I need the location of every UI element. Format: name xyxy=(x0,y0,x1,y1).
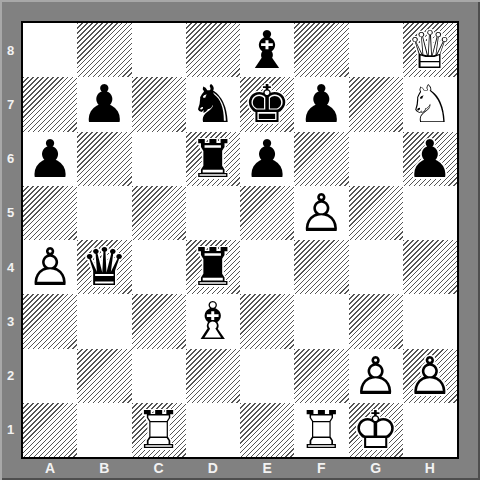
piece-glyph-outline: ♙ xyxy=(403,349,457,403)
piece-glyph-fill: ♟ xyxy=(77,77,131,131)
square-d2[interactable] xyxy=(186,349,240,403)
piece-glyph-fill: ♞ xyxy=(186,77,240,131)
black-rook[interactable]: ♜ xyxy=(186,132,240,186)
square-f4[interactable] xyxy=(294,240,348,294)
square-b6[interactable] xyxy=(77,132,131,186)
piece-glyph-outline: ♖ xyxy=(294,403,348,457)
square-c7[interactable] xyxy=(132,77,186,131)
square-c8[interactable] xyxy=(132,23,186,77)
white-pawn[interactable]: ♟♙ xyxy=(403,349,457,403)
square-d7[interactable]: ♞ xyxy=(186,77,240,131)
square-c4[interactable] xyxy=(132,240,186,294)
square-f2[interactable] xyxy=(294,349,348,403)
square-c1[interactable]: ♜♖ xyxy=(132,403,186,457)
square-g3[interactable] xyxy=(349,294,403,348)
square-b7[interactable]: ♟ xyxy=(77,77,131,131)
file-label-e: E xyxy=(240,458,294,478)
black-knight[interactable]: ♞ xyxy=(186,77,240,131)
square-e5[interactable] xyxy=(240,186,294,240)
rank-label-4: 4 xyxy=(0,240,21,294)
file-label-a: A xyxy=(23,458,77,478)
square-a2[interactable] xyxy=(23,349,77,403)
square-f1[interactable]: ♜♖ xyxy=(294,403,348,457)
square-g7[interactable] xyxy=(349,77,403,131)
black-rook[interactable]: ♜ xyxy=(186,240,240,294)
square-a7[interactable] xyxy=(23,77,77,131)
piece-glyph-fill: ♜ xyxy=(186,132,240,186)
square-e8[interactable]: ♝ xyxy=(240,23,294,77)
square-d8[interactable] xyxy=(186,23,240,77)
file-label-c: C xyxy=(132,458,186,478)
white-knight[interactable]: ♞♘ xyxy=(403,77,457,131)
board-frame: 87654321 ABCDEFGH ♝♛♕♟♞♚♟♞♘♟♜♟♟♟♙♟♙♛♜♝♗♟… xyxy=(0,0,480,480)
square-e4[interactable] xyxy=(240,240,294,294)
square-a6[interactable]: ♟ xyxy=(23,132,77,186)
piece-glyph-outline: ♙ xyxy=(294,186,348,240)
piece-glyph-fill: ♟ xyxy=(240,132,294,186)
square-e6[interactable]: ♟ xyxy=(240,132,294,186)
piece-glyph-outline: ♖ xyxy=(132,403,186,457)
square-h5[interactable] xyxy=(403,186,457,240)
piece-glyph-outline: ♘ xyxy=(403,77,457,131)
rank-label-7: 7 xyxy=(0,77,21,131)
square-b1[interactable] xyxy=(77,403,131,457)
piece-glyph-fill: ♚ xyxy=(240,77,294,131)
piece-glyph-outline: ♙ xyxy=(349,349,403,403)
square-a1[interactable] xyxy=(23,403,77,457)
square-d6[interactable]: ♜ xyxy=(186,132,240,186)
white-queen[interactable]: ♛♕ xyxy=(403,23,457,77)
square-d4[interactable]: ♜ xyxy=(186,240,240,294)
piece-glyph-fill: ♛ xyxy=(77,240,131,294)
black-pawn[interactable]: ♟ xyxy=(240,132,294,186)
piece-glyph-fill: ♟ xyxy=(294,77,348,131)
black-queen[interactable]: ♛ xyxy=(77,240,131,294)
white-pawn[interactable]: ♟♙ xyxy=(349,349,403,403)
file-label-d: D xyxy=(186,458,240,478)
square-f8[interactable] xyxy=(294,23,348,77)
rank-label-8: 8 xyxy=(0,23,21,77)
square-a3[interactable] xyxy=(23,294,77,348)
square-g4[interactable] xyxy=(349,240,403,294)
square-h6[interactable]: ♟ xyxy=(403,132,457,186)
square-d3[interactable]: ♝♗ xyxy=(186,294,240,348)
square-g5[interactable] xyxy=(349,186,403,240)
black-pawn[interactable]: ♟ xyxy=(294,77,348,131)
square-c2[interactable] xyxy=(132,349,186,403)
square-b8[interactable] xyxy=(77,23,131,77)
square-c3[interactable] xyxy=(132,294,186,348)
square-a8[interactable] xyxy=(23,23,77,77)
white-pawn[interactable]: ♟♙ xyxy=(294,186,348,240)
square-a5[interactable] xyxy=(23,186,77,240)
piece-glyph-outline: ♔ xyxy=(349,403,403,457)
square-e1[interactable] xyxy=(240,403,294,457)
square-b2[interactable] xyxy=(77,349,131,403)
square-f6[interactable] xyxy=(294,132,348,186)
chess-board: ♝♛♕♟♞♚♟♞♘♟♜♟♟♟♙♟♙♛♜♝♗♟♙♟♙♜♖♜♖♚♔ xyxy=(21,21,459,459)
piece-glyph-fill: ♜ xyxy=(186,240,240,294)
square-h1[interactable] xyxy=(403,403,457,457)
white-rook[interactable]: ♜♖ xyxy=(132,403,186,457)
black-king[interactable]: ♚ xyxy=(240,77,294,131)
piece-glyph-outline: ♕ xyxy=(403,23,457,77)
file-label-g: G xyxy=(349,458,403,478)
square-e3[interactable] xyxy=(240,294,294,348)
square-f3[interactable] xyxy=(294,294,348,348)
file-labels: ABCDEFGH xyxy=(23,458,457,478)
piece-glyph-outline: ♙ xyxy=(23,240,77,294)
piece-glyph-fill: ♝ xyxy=(240,23,294,77)
square-f7[interactable]: ♟ xyxy=(294,77,348,131)
square-f5[interactable]: ♟♙ xyxy=(294,186,348,240)
black-pawn[interactable]: ♟ xyxy=(23,132,77,186)
square-h2[interactable]: ♟♙ xyxy=(403,349,457,403)
square-h8[interactable]: ♛♕ xyxy=(403,23,457,77)
black-bishop[interactable]: ♝ xyxy=(240,23,294,77)
square-h7[interactable]: ♞♘ xyxy=(403,77,457,131)
square-d5[interactable] xyxy=(186,186,240,240)
white-bishop[interactable]: ♝♗ xyxy=(186,294,240,348)
square-e2[interactable] xyxy=(240,349,294,403)
square-b4[interactable]: ♛ xyxy=(77,240,131,294)
piece-glyph-fill: ♟ xyxy=(23,132,77,186)
square-b5[interactable] xyxy=(77,186,131,240)
square-c6[interactable] xyxy=(132,132,186,186)
square-h3[interactable] xyxy=(403,294,457,348)
piece-glyph-fill: ♟ xyxy=(403,132,457,186)
rank-labels: 87654321 xyxy=(0,23,21,457)
rank-label-5: 5 xyxy=(0,186,21,240)
rank-label-3: 3 xyxy=(0,294,21,348)
square-g1[interactable]: ♚♔ xyxy=(349,403,403,457)
black-pawn[interactable]: ♟ xyxy=(403,132,457,186)
rank-label-2: 2 xyxy=(0,349,21,403)
square-g8[interactable] xyxy=(349,23,403,77)
square-g2[interactable]: ♟♙ xyxy=(349,349,403,403)
file-label-b: B xyxy=(77,458,131,478)
rank-label-1: 1 xyxy=(0,403,21,457)
square-h4[interactable] xyxy=(403,240,457,294)
file-label-h: H xyxy=(403,458,457,478)
piece-glyph-outline: ♗ xyxy=(186,294,240,348)
rank-label-6: 6 xyxy=(0,132,21,186)
square-a4[interactable]: ♟♙ xyxy=(23,240,77,294)
white-pawn[interactable]: ♟♙ xyxy=(23,240,77,294)
square-e7[interactable]: ♚ xyxy=(240,77,294,131)
white-king[interactable]: ♚♔ xyxy=(349,403,403,457)
square-g6[interactable] xyxy=(349,132,403,186)
black-pawn[interactable]: ♟ xyxy=(77,77,131,131)
square-b3[interactable] xyxy=(77,294,131,348)
white-rook[interactable]: ♜♖ xyxy=(294,403,348,457)
file-label-f: F xyxy=(294,458,348,478)
square-d1[interactable] xyxy=(186,403,240,457)
square-c5[interactable] xyxy=(132,186,186,240)
